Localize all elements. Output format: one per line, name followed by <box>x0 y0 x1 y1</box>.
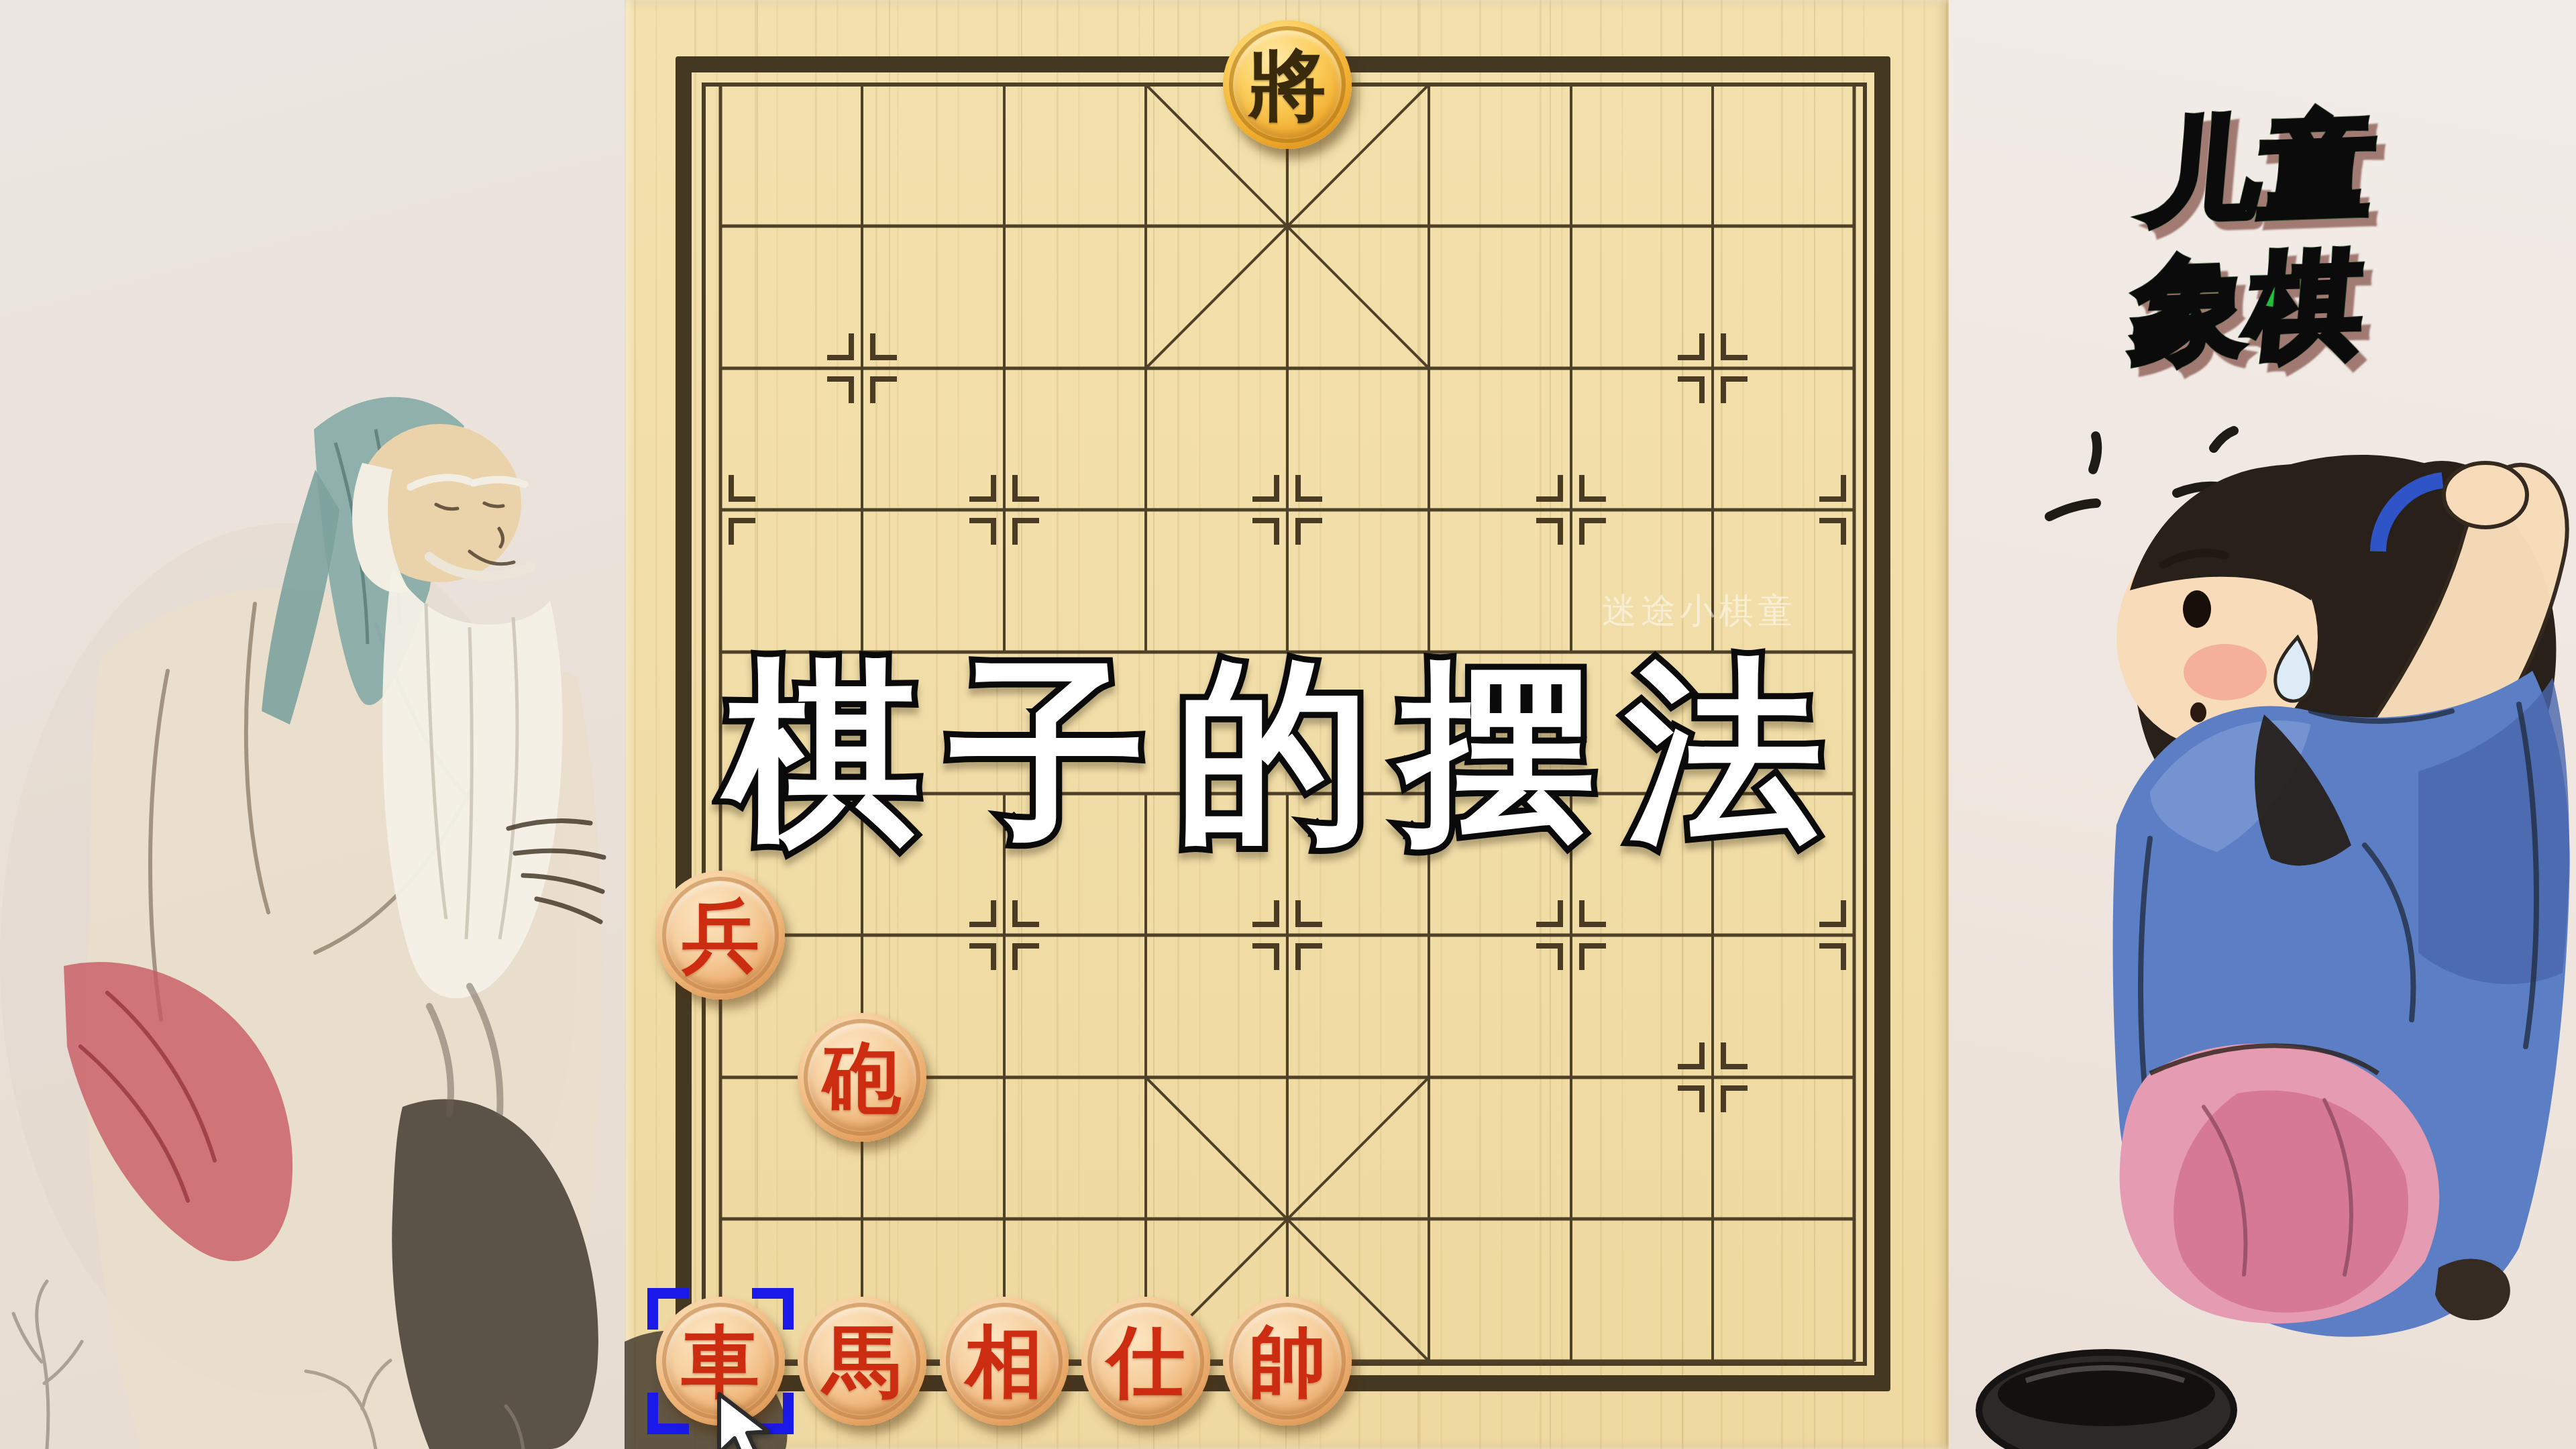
piece-red-general[interactable]: 帥 <box>1223 1297 1352 1426</box>
mouse-cursor-icon <box>698 1374 798 1449</box>
piece-red-cannon[interactable]: 砲 <box>798 1013 926 1142</box>
ink-bowl <box>1979 1352 2234 1449</box>
screen: 將兵砲車馬相仕帥 <box>0 0 2576 1449</box>
piece-black-general[interactable]: 將 <box>1223 20 1352 149</box>
brand-line-1: 儿童 <box>2112 95 2408 244</box>
brand-title: 儿童 象棋 <box>2100 95 2408 382</box>
piece-red-soldier[interactable]: 兵 <box>656 871 785 1000</box>
piece-red-advisor[interactable]: 仕 <box>1081 1297 1210 1426</box>
piece-red-horse[interactable]: 馬 <box>798 1297 926 1426</box>
brand-line-2: 象棋 <box>2100 233 2396 382</box>
lesson-title: 棋子的摆法 <box>0 623 2576 887</box>
piece-red-elephant[interactable]: 相 <box>940 1297 1069 1426</box>
